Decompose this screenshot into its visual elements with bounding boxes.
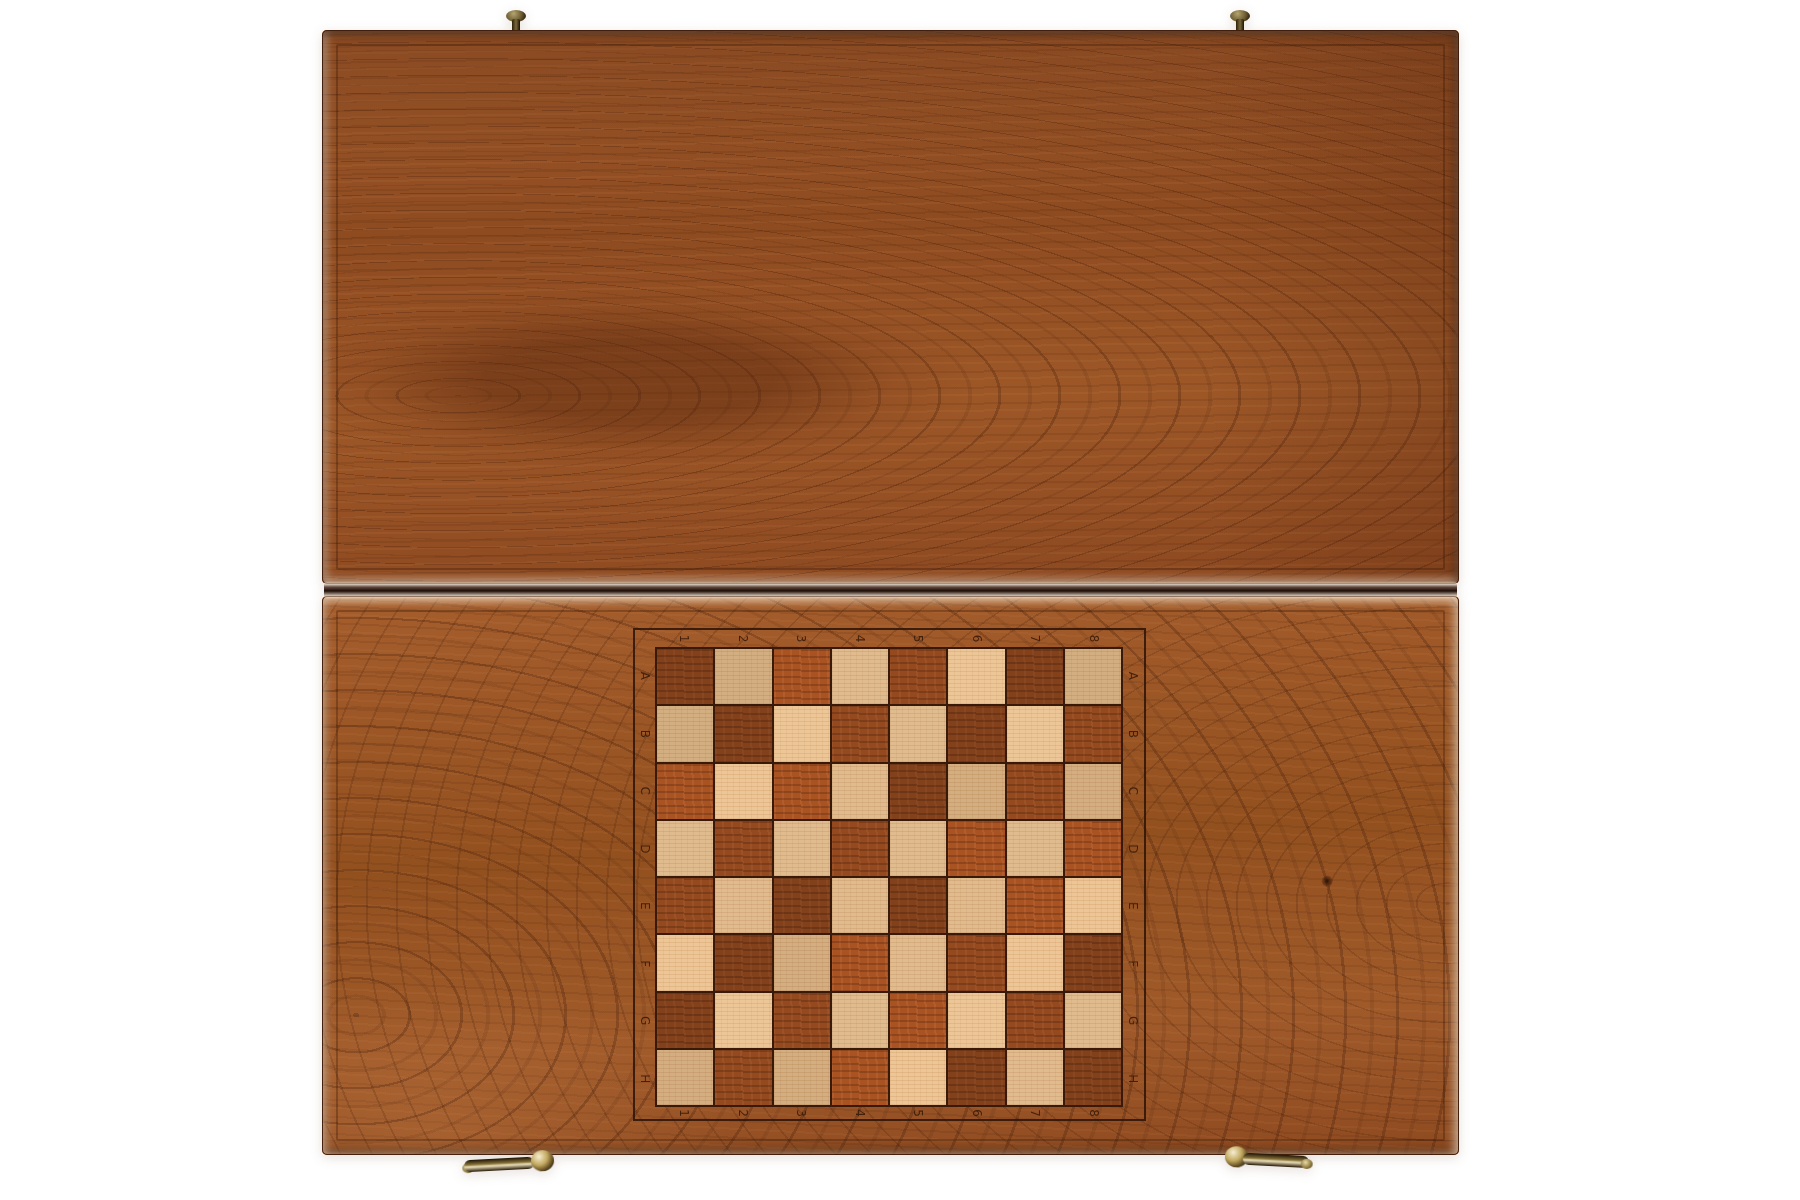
square-A2 [715, 649, 771, 704]
coordinate-label-8: 8 [1088, 1084, 1100, 1143]
square-E2 [715, 878, 771, 933]
square-E5 [890, 878, 946, 933]
square-C2 [715, 764, 771, 819]
box-lid [322, 30, 1459, 584]
square-G4 [832, 993, 888, 1048]
photo-canvas: 12345678 ABCDEFGH ABCDEFGH 12345678 [0, 0, 1800, 1200]
coordinate-label-G: G [1105, 1010, 1163, 1031]
square-E7 [1007, 878, 1063, 933]
square-G3 [774, 993, 830, 1048]
board-grid [655, 647, 1123, 1107]
square-C7 [1007, 764, 1063, 819]
wood-grain-arcs-lid [322, 30, 1459, 584]
coordinate-label-F: F [1105, 953, 1163, 974]
square-D4 [832, 821, 888, 876]
square-B2 [715, 706, 771, 761]
square-D3 [774, 821, 830, 876]
square-E3 [774, 878, 830, 933]
board-labels-top: 12345678 [655, 630, 1123, 647]
brass-clasp-right-icon [1224, 1140, 1313, 1175]
square-C4 [832, 764, 888, 819]
coordinate-label-B: B [1105, 723, 1163, 744]
clasp-left-arm [464, 1157, 535, 1173]
board-labels-right: ABCDEFGH [1123, 647, 1144, 1107]
chessboard: 12345678 ABCDEFGH ABCDEFGH 12345678 [633, 628, 1146, 1121]
square-C1 [657, 764, 713, 819]
square-B1 [657, 706, 713, 761]
square-F7 [1007, 935, 1063, 990]
square-G7 [1007, 993, 1063, 1048]
square-A5 [890, 649, 946, 704]
chess-box: 12345678 ABCDEFGH ABCDEFGH 12345678 [322, 30, 1459, 1155]
clasp-right-arm [1243, 1153, 1310, 1168]
square-G6 [948, 993, 1004, 1048]
square-D2 [715, 821, 771, 876]
square-A3 [774, 649, 830, 704]
coordinate-label-5: 5 [912, 1084, 924, 1143]
box-base: 12345678 ABCDEFGH ABCDEFGH 12345678 [322, 596, 1459, 1155]
square-E4 [832, 878, 888, 933]
square-G5 [890, 993, 946, 1048]
clasp-right-tip [1300, 1159, 1313, 1170]
coordinate-label-C: C [1105, 780, 1163, 801]
coordinate-label-1: 1 [678, 1084, 690, 1143]
square-D6 [948, 821, 1004, 876]
square-B3 [774, 706, 830, 761]
square-E6 [948, 878, 1004, 933]
square-A4 [832, 649, 888, 704]
coordinate-label-7: 7 [1029, 1084, 1041, 1143]
square-F4 [832, 935, 888, 990]
square-D1 [657, 821, 713, 876]
square-A1 [657, 649, 713, 704]
square-F1 [657, 935, 713, 990]
coordinate-label-A: A [1105, 665, 1163, 686]
coordinate-label-D: D [1105, 838, 1163, 859]
square-G2 [715, 993, 771, 1048]
hinge-seam [324, 581, 1457, 599]
clasp-left-knob [530, 1150, 554, 1172]
square-B6 [948, 706, 1004, 761]
coordinate-label-E: E [1105, 895, 1163, 916]
coordinate-label-3: 3 [795, 1084, 807, 1143]
square-B5 [890, 706, 946, 761]
board-labels-bottom: 12345678 [655, 1107, 1123, 1119]
square-D5 [890, 821, 946, 876]
square-F6 [948, 935, 1004, 990]
square-D7 [1007, 821, 1063, 876]
square-C3 [774, 764, 830, 819]
square-B4 [832, 706, 888, 761]
board-labels-left: ABCDEFGH [635, 647, 655, 1107]
brass-clasp-left-icon [461, 1144, 554, 1179]
square-E1 [657, 878, 713, 933]
coordinate-label-H: H [1105, 1068, 1163, 1089]
square-G1 [657, 993, 713, 1048]
square-C5 [890, 764, 946, 819]
coordinate-label-6: 6 [971, 1084, 983, 1143]
square-F2 [715, 935, 771, 990]
square-B7 [1007, 706, 1063, 761]
coordinate-label-4: 4 [854, 1084, 866, 1143]
square-A6 [948, 649, 1004, 704]
square-C6 [948, 764, 1004, 819]
square-F5 [890, 935, 946, 990]
square-F3 [774, 935, 830, 990]
coordinate-label-2: 2 [737, 1084, 749, 1143]
square-A7 [1007, 649, 1063, 704]
